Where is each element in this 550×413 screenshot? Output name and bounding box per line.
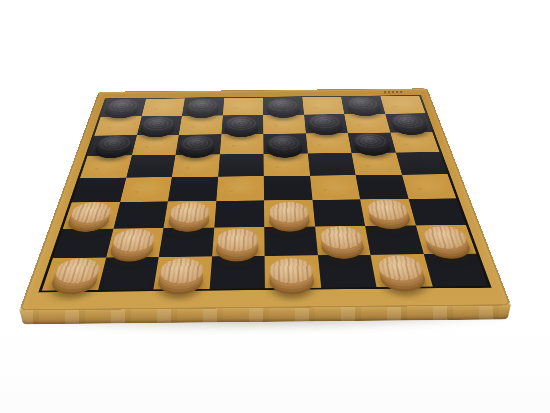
square-g2[interactable] xyxy=(365,225,423,255)
square-g3[interactable] xyxy=(360,199,415,226)
square-a7[interactable] xyxy=(94,116,141,135)
checker-light-man[interactable] xyxy=(376,255,425,280)
square-g4[interactable] xyxy=(356,175,409,200)
square-b2[interactable] xyxy=(106,228,164,258)
square-e5[interactable] xyxy=(264,154,310,177)
checker-dark-man[interactable] xyxy=(105,99,141,113)
square-f7[interactable] xyxy=(304,114,348,133)
square-c7[interactable] xyxy=(179,115,223,134)
square-c3[interactable] xyxy=(164,201,216,228)
square-f2[interactable] xyxy=(315,226,371,256)
square-h4[interactable] xyxy=(402,174,457,199)
square-e6[interactable] xyxy=(263,133,307,154)
checker-dark-man[interactable] xyxy=(140,116,176,131)
square-e7[interactable] xyxy=(263,115,305,134)
square-e4[interactable] xyxy=(264,176,312,201)
playing-area xyxy=(38,95,491,292)
square-e3[interactable] xyxy=(264,200,315,227)
square-f5[interactable] xyxy=(308,153,356,176)
board-group xyxy=(0,0,550,413)
checker-light-man[interactable] xyxy=(422,226,470,249)
checker-light-man[interactable] xyxy=(158,258,204,284)
square-h7[interactable] xyxy=(385,113,432,132)
square-d1[interactable] xyxy=(209,256,265,289)
square-d3[interactable] xyxy=(214,200,264,227)
square-a1[interactable] xyxy=(42,258,106,291)
square-c2[interactable] xyxy=(159,227,214,257)
square-c4[interactable] xyxy=(168,177,218,202)
checker-light-man[interactable] xyxy=(366,199,410,220)
checker-light-man[interactable] xyxy=(320,226,364,249)
checker-dark-man[interactable] xyxy=(95,135,134,151)
photo-scene xyxy=(0,0,550,413)
square-a5[interactable] xyxy=(80,155,132,178)
square-d7[interactable] xyxy=(221,115,263,134)
square-h5[interactable] xyxy=(396,152,448,175)
square-g7[interactable] xyxy=(344,114,390,133)
square-b3[interactable] xyxy=(113,201,168,228)
square-e1[interactable] xyxy=(265,255,321,288)
checker-dark-man[interactable] xyxy=(186,99,219,113)
square-g6[interactable] xyxy=(348,132,396,153)
square-c6[interactable] xyxy=(176,134,222,155)
square-f6[interactable] xyxy=(306,133,352,154)
square-h6[interactable] xyxy=(390,132,440,153)
checker-light-man[interactable] xyxy=(269,202,309,223)
square-f1[interactable] xyxy=(318,255,377,288)
checker-dark-man[interactable] xyxy=(225,116,259,131)
square-d6[interactable] xyxy=(220,134,264,155)
square-b1[interactable] xyxy=(98,257,159,290)
checker-dark-man[interactable] xyxy=(390,114,428,129)
square-d4[interactable] xyxy=(216,176,264,201)
square-g5[interactable] xyxy=(352,153,402,176)
checker-dark-man[interactable] xyxy=(346,97,381,111)
square-b8[interactable] xyxy=(141,98,184,116)
checker-light-man[interactable] xyxy=(52,258,103,284)
checker-light-man[interactable] xyxy=(111,229,157,252)
square-b7[interactable] xyxy=(137,116,182,135)
square-a4[interactable] xyxy=(72,178,126,203)
square-f8[interactable] xyxy=(302,97,344,115)
square-b6[interactable] xyxy=(131,135,178,156)
checker-light-man[interactable] xyxy=(269,258,314,284)
square-h3[interactable] xyxy=(408,198,466,225)
checker-dark-man[interactable] xyxy=(308,114,343,129)
square-g8[interactable] xyxy=(341,96,385,114)
checker-dark-man[interactable] xyxy=(267,98,300,112)
square-d5[interactable] xyxy=(218,154,264,177)
checkers-board xyxy=(19,88,511,310)
square-b5[interactable] xyxy=(126,155,176,178)
square-d8[interactable] xyxy=(223,98,264,116)
checker-light-man[interactable] xyxy=(168,202,210,223)
square-a2[interactable] xyxy=(53,228,113,258)
square-h8[interactable] xyxy=(380,96,425,114)
square-f3[interactable] xyxy=(312,199,365,226)
square-d2[interactable] xyxy=(212,227,265,257)
checker-dark-man[interactable] xyxy=(179,135,215,151)
border-stamp xyxy=(384,91,404,93)
checker-dark-man[interactable] xyxy=(267,135,302,151)
square-a8[interactable] xyxy=(101,99,146,117)
checker-light-man[interactable] xyxy=(216,228,258,251)
checker-dark-man[interactable] xyxy=(352,133,390,149)
square-h1[interactable] xyxy=(423,254,488,287)
square-c5[interactable] xyxy=(172,154,220,177)
square-g1[interactable] xyxy=(370,254,432,287)
square-e8[interactable] xyxy=(263,97,304,115)
square-a3[interactable] xyxy=(63,202,120,229)
square-c8[interactable] xyxy=(182,98,224,116)
square-b4[interactable] xyxy=(120,177,172,202)
square-c1[interactable] xyxy=(153,257,211,290)
square-e2[interactable] xyxy=(264,226,317,256)
square-f4[interactable] xyxy=(310,175,360,200)
square-a6[interactable] xyxy=(87,135,136,156)
square-h2[interactable] xyxy=(415,225,476,255)
checker-light-man[interactable] xyxy=(68,202,113,223)
